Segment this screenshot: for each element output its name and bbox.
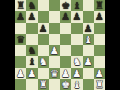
square-c8[interactable] bbox=[38, 0, 49, 11]
square-a1[interactable] bbox=[15, 79, 26, 90]
white-pawn-piece: ♟ bbox=[84, 56, 93, 67]
square-d6[interactable] bbox=[49, 23, 60, 34]
square-h1[interactable]: ♜ bbox=[94, 79, 105, 90]
square-h8[interactable]: ♜ bbox=[94, 0, 105, 11]
square-h5[interactable] bbox=[94, 34, 105, 45]
square-f5[interactable] bbox=[71, 34, 82, 45]
black-pawn-piece: ♟ bbox=[95, 11, 104, 22]
white-bishop-piece: ♝ bbox=[72, 79, 81, 90]
square-c5[interactable] bbox=[38, 34, 49, 45]
square-g3[interactable]: ♟ bbox=[83, 56, 94, 67]
square-e1[interactable]: ♚ bbox=[60, 79, 71, 90]
square-d7[interactable] bbox=[49, 11, 60, 22]
square-a4[interactable] bbox=[15, 45, 26, 56]
square-f7[interactable]: ♟ bbox=[71, 11, 82, 22]
square-b5[interactable] bbox=[26, 34, 37, 45]
black-pawn-piece: ♟ bbox=[27, 11, 36, 22]
white-pawn-piece: ♟ bbox=[72, 68, 81, 79]
black-bishop-piece: ♝ bbox=[72, 0, 81, 11]
square-b2[interactable]: ♟ bbox=[26, 68, 37, 79]
square-d5[interactable] bbox=[49, 34, 60, 45]
white-rook-piece: ♜ bbox=[95, 79, 104, 90]
white-pawn-piece: ♟ bbox=[61, 68, 70, 79]
square-h6[interactable] bbox=[94, 23, 105, 34]
black-bishop-piece: ♝ bbox=[27, 56, 36, 67]
square-c3[interactable]: ♞ bbox=[38, 56, 49, 67]
white-pawn-piece: ♟ bbox=[95, 68, 104, 79]
square-a6[interactable] bbox=[15, 23, 26, 34]
square-a3[interactable] bbox=[15, 56, 26, 67]
square-f8[interactable]: ♝ bbox=[71, 0, 82, 11]
white-rook-piece: ♜ bbox=[39, 79, 48, 90]
square-b7[interactable]: ♟ bbox=[26, 11, 37, 22]
square-a8[interactable]: ♜ bbox=[15, 0, 26, 11]
black-queen-piece: ♛ bbox=[16, 34, 25, 45]
square-b8[interactable]: ♞ bbox=[26, 0, 37, 11]
white-pawn-piece: ♟ bbox=[27, 68, 36, 79]
square-f6[interactable] bbox=[71, 23, 82, 34]
square-e4[interactable] bbox=[60, 45, 71, 56]
square-e3[interactable] bbox=[60, 56, 71, 67]
white-bishop-piece: ♝ bbox=[84, 34, 93, 45]
white-pawn-piece: ♟ bbox=[50, 45, 59, 56]
white-knight-piece: ♞ bbox=[72, 56, 81, 67]
black-rook-piece: ♜ bbox=[16, 0, 25, 11]
white-pawn-piece: ♟ bbox=[16, 68, 25, 79]
square-g6[interactable]: ♟ bbox=[83, 23, 94, 34]
square-b6[interactable] bbox=[26, 23, 37, 34]
square-c1[interactable]: ♜ bbox=[38, 79, 49, 90]
square-h2[interactable]: ♟ bbox=[94, 68, 105, 79]
black-knight-piece: ♞ bbox=[27, 0, 36, 11]
chess-app-screenshot: ♜♞♚♝♜♟♟♟♟♟♟♟♛♝♞♟♝♞♞♟♟♟♛♟♟♟♜♚♝♜ bbox=[0, 0, 120, 90]
square-h7[interactable]: ♟ bbox=[94, 11, 105, 22]
square-h3[interactable] bbox=[94, 56, 105, 67]
square-b3[interactable]: ♝ bbox=[26, 56, 37, 67]
square-d1[interactable] bbox=[49, 79, 60, 90]
square-e7[interactable]: ♟ bbox=[60, 11, 71, 22]
square-a7[interactable]: ♟ bbox=[15, 11, 26, 22]
square-g8[interactable] bbox=[83, 0, 94, 11]
square-a5[interactable]: ♛ bbox=[15, 34, 26, 45]
letterbox-right bbox=[105, 0, 120, 90]
square-g7[interactable] bbox=[83, 11, 94, 22]
square-g2[interactable] bbox=[83, 68, 94, 79]
square-b1[interactable] bbox=[26, 79, 37, 90]
black-pawn-piece: ♟ bbox=[16, 11, 25, 22]
square-g5[interactable]: ♝ bbox=[83, 34, 94, 45]
square-g1[interactable] bbox=[83, 79, 94, 90]
black-pawn-piece: ♟ bbox=[84, 23, 93, 34]
square-f3[interactable]: ♞ bbox=[71, 56, 82, 67]
square-c6[interactable]: ♟ bbox=[38, 23, 49, 34]
square-d3[interactable] bbox=[49, 56, 60, 67]
square-e8[interactable]: ♚ bbox=[60, 0, 71, 11]
square-h4[interactable] bbox=[94, 45, 105, 56]
square-f2[interactable]: ♟ bbox=[71, 68, 82, 79]
square-e6[interactable] bbox=[60, 23, 71, 34]
black-knight-piece: ♞ bbox=[27, 45, 36, 56]
white-king-piece: ♚ bbox=[61, 79, 70, 90]
square-c4[interactable] bbox=[38, 45, 49, 56]
black-pawn-piece: ♟ bbox=[61, 11, 70, 22]
black-pawn-piece: ♟ bbox=[72, 11, 81, 22]
square-c2[interactable] bbox=[38, 68, 49, 79]
square-e2[interactable]: ♟ bbox=[60, 68, 71, 79]
white-queen-piece: ♛ bbox=[50, 68, 59, 79]
square-g4[interactable] bbox=[83, 45, 94, 56]
square-d8[interactable] bbox=[49, 0, 60, 11]
square-a2[interactable]: ♟ bbox=[15, 68, 26, 79]
square-d4[interactable]: ♟ bbox=[49, 45, 60, 56]
black-pawn-piece: ♟ bbox=[39, 23, 48, 34]
white-knight-piece: ♞ bbox=[39, 56, 48, 67]
black-rook-piece: ♜ bbox=[95, 0, 104, 11]
square-f4[interactable] bbox=[71, 45, 82, 56]
square-d2[interactable]: ♛ bbox=[49, 68, 60, 79]
black-king-piece: ♚ bbox=[61, 0, 70, 11]
square-b4[interactable]: ♞ bbox=[26, 45, 37, 56]
letterbox-left bbox=[0, 0, 15, 90]
square-e5[interactable] bbox=[60, 34, 71, 45]
chess-board[interactable]: ♜♞♚♝♜♟♟♟♟♟♟♟♛♝♞♟♝♞♞♟♟♟♛♟♟♟♜♚♝♜ bbox=[15, 0, 105, 90]
square-c7[interactable] bbox=[38, 11, 49, 22]
square-f1[interactable]: ♝ bbox=[71, 79, 82, 90]
